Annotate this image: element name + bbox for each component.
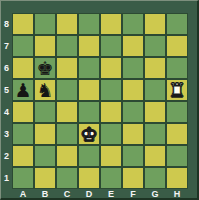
square-d7[interactable] bbox=[78, 35, 100, 57]
square-h2[interactable] bbox=[166, 145, 188, 167]
square-a1[interactable] bbox=[12, 167, 34, 189]
square-g8[interactable] bbox=[144, 13, 166, 35]
rank-label-4: 4 bbox=[1, 101, 12, 123]
square-b8[interactable] bbox=[34, 13, 56, 35]
square-d1[interactable] bbox=[78, 167, 100, 189]
square-h4[interactable] bbox=[166, 101, 188, 123]
rank-label-8: 8 bbox=[1, 13, 12, 35]
chess-board: ♚♟♞♜♚ bbox=[12, 13, 188, 189]
file-label-h: H bbox=[166, 189, 188, 199]
square-d2[interactable] bbox=[78, 145, 100, 167]
square-b4[interactable] bbox=[34, 101, 56, 123]
square-h1[interactable] bbox=[166, 167, 188, 189]
file-label-b: B bbox=[34, 189, 56, 199]
file-label-f: F bbox=[122, 189, 144, 199]
square-c5[interactable] bbox=[56, 79, 78, 101]
square-a4[interactable] bbox=[12, 101, 34, 123]
rank-label-6: 6 bbox=[1, 57, 12, 79]
square-g5[interactable] bbox=[144, 79, 166, 101]
square-f1[interactable] bbox=[122, 167, 144, 189]
square-e1[interactable] bbox=[100, 167, 122, 189]
file-label-a: A bbox=[12, 189, 34, 199]
square-e6[interactable] bbox=[100, 57, 122, 79]
file-label-e: E bbox=[100, 189, 122, 199]
square-f7[interactable] bbox=[122, 35, 144, 57]
square-g4[interactable] bbox=[144, 101, 166, 123]
square-d4[interactable] bbox=[78, 101, 100, 123]
square-d8[interactable] bbox=[78, 13, 100, 35]
square-g3[interactable] bbox=[144, 123, 166, 145]
square-f4[interactable] bbox=[122, 101, 144, 123]
square-h6[interactable] bbox=[166, 57, 188, 79]
square-e5[interactable] bbox=[100, 79, 122, 101]
square-a6[interactable] bbox=[12, 57, 34, 79]
square-c8[interactable] bbox=[56, 13, 78, 35]
square-a2[interactable] bbox=[12, 145, 34, 167]
square-c3[interactable] bbox=[56, 123, 78, 145]
square-h8[interactable] bbox=[166, 13, 188, 35]
square-g6[interactable] bbox=[144, 57, 166, 79]
square-e2[interactable] bbox=[100, 145, 122, 167]
square-b2[interactable] bbox=[34, 145, 56, 167]
square-f5[interactable] bbox=[122, 79, 144, 101]
square-h3[interactable] bbox=[166, 123, 188, 145]
file-label-d: D bbox=[78, 189, 100, 199]
square-c2[interactable] bbox=[56, 145, 78, 167]
square-g7[interactable] bbox=[144, 35, 166, 57]
file-label-c: C bbox=[56, 189, 78, 199]
black-king-piece: ♚ bbox=[36, 58, 53, 78]
square-b3[interactable] bbox=[34, 123, 56, 145]
square-d3[interactable]: ♚ bbox=[78, 123, 100, 145]
rank-label-2: 2 bbox=[1, 145, 12, 167]
square-b1[interactable] bbox=[34, 167, 56, 189]
square-f2[interactable] bbox=[122, 145, 144, 167]
square-c1[interactable] bbox=[56, 167, 78, 189]
square-b7[interactable] bbox=[34, 35, 56, 57]
square-d6[interactable] bbox=[78, 57, 100, 79]
chess-board-frame: 87654321 ♚♟♞♜♚ ABCDEFGH bbox=[0, 0, 199, 200]
square-a7[interactable] bbox=[12, 35, 34, 57]
square-g1[interactable] bbox=[144, 167, 166, 189]
square-e8[interactable] bbox=[100, 13, 122, 35]
square-b5[interactable]: ♞ bbox=[34, 79, 56, 101]
square-h5[interactable]: ♜ bbox=[166, 79, 188, 101]
square-f3[interactable] bbox=[122, 123, 144, 145]
black-knight-piece: ♞ bbox=[36, 80, 53, 100]
white-rook-piece: ♜ bbox=[168, 80, 185, 100]
rank-label-3: 3 bbox=[1, 123, 12, 145]
square-f8[interactable] bbox=[122, 13, 144, 35]
square-g2[interactable] bbox=[144, 145, 166, 167]
square-e7[interactable] bbox=[100, 35, 122, 57]
square-e3[interactable] bbox=[100, 123, 122, 145]
square-a3[interactable] bbox=[12, 123, 34, 145]
square-c6[interactable] bbox=[56, 57, 78, 79]
square-h7[interactable] bbox=[166, 35, 188, 57]
square-a8[interactable] bbox=[12, 13, 34, 35]
rank-label-7: 7 bbox=[1, 35, 12, 57]
square-c7[interactable] bbox=[56, 35, 78, 57]
square-b6[interactable]: ♚ bbox=[34, 57, 56, 79]
square-a5[interactable]: ♟ bbox=[12, 79, 34, 101]
square-d5[interactable] bbox=[78, 79, 100, 101]
black-pawn-piece: ♟ bbox=[14, 80, 31, 100]
file-label-g: G bbox=[144, 189, 166, 199]
square-c4[interactable] bbox=[56, 101, 78, 123]
file-labels: ABCDEFGH bbox=[12, 189, 188, 199]
square-e4[interactable] bbox=[100, 101, 122, 123]
rank-label-1: 1 bbox=[1, 167, 12, 189]
rank-labels: 87654321 bbox=[1, 13, 12, 189]
rank-label-5: 5 bbox=[1, 79, 12, 101]
white-king-piece: ♚ bbox=[80, 124, 97, 144]
square-f6[interactable] bbox=[122, 57, 144, 79]
